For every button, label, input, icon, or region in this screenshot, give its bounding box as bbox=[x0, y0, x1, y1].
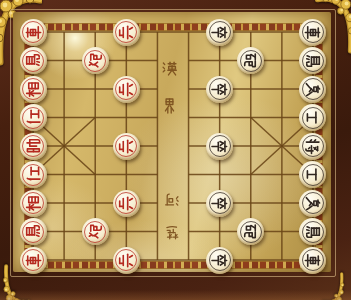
xiangqi-photo bbox=[0, 0, 351, 300]
black-soldier[interactable] bbox=[206, 247, 233, 274]
red-soldier[interactable] bbox=[113, 190, 140, 217]
piece-glyph-馬 bbox=[304, 223, 321, 240]
black-chariot[interactable] bbox=[299, 19, 326, 46]
red-horse[interactable] bbox=[20, 218, 47, 245]
piece-glyph-兵 bbox=[118, 24, 135, 41]
piece-glyph-兵 bbox=[118, 252, 135, 269]
piece-glyph-仕 bbox=[25, 109, 42, 126]
piece-glyph-相 bbox=[25, 195, 42, 212]
black-soldier[interactable] bbox=[206, 190, 233, 217]
piece-glyph-帥 bbox=[25, 138, 42, 155]
piece-glyph-卒 bbox=[211, 252, 228, 269]
red-cannon[interactable] bbox=[82, 218, 109, 245]
piece-glyph-兵 bbox=[118, 138, 135, 155]
red-horse[interactable] bbox=[20, 47, 47, 74]
piece-glyph-車 bbox=[25, 252, 42, 269]
red-cannon[interactable] bbox=[82, 47, 109, 74]
black-general[interactable] bbox=[299, 133, 326, 160]
piece-glyph-相 bbox=[25, 81, 42, 98]
piece-glyph-象 bbox=[304, 81, 321, 98]
red-chariot[interactable] bbox=[20, 247, 47, 274]
red-elephant[interactable] bbox=[20, 190, 47, 217]
piece-glyph-車 bbox=[25, 24, 42, 41]
piece-glyph-象 bbox=[304, 195, 321, 212]
piece-glyph-炮 bbox=[87, 52, 104, 69]
black-chariot[interactable] bbox=[299, 247, 326, 274]
piece-glyph-馬 bbox=[25, 52, 42, 69]
red-chariot[interactable] bbox=[20, 19, 47, 46]
red-elephant[interactable] bbox=[20, 76, 47, 103]
red-soldier[interactable] bbox=[113, 76, 140, 103]
black-soldier[interactable] bbox=[206, 76, 233, 103]
piece-glyph-仕 bbox=[25, 166, 42, 183]
piece-glyph-馬 bbox=[304, 52, 321, 69]
edge-band-top bbox=[30, 23, 316, 31]
red-soldier[interactable] bbox=[113, 133, 140, 160]
edge-band-bottom bbox=[30, 261, 316, 269]
piece-glyph-馬 bbox=[25, 223, 42, 240]
piece-glyph-車 bbox=[304, 252, 321, 269]
piece-glyph-兵 bbox=[118, 81, 135, 98]
black-elephant[interactable] bbox=[299, 190, 326, 217]
piece-glyph-卒 bbox=[211, 24, 228, 41]
red-soldier[interactable] bbox=[113, 19, 140, 46]
piece-glyph-卒 bbox=[211, 138, 228, 155]
black-elephant[interactable] bbox=[299, 76, 326, 103]
board-surface bbox=[13, 12, 331, 272]
black-soldier[interactable] bbox=[206, 19, 233, 46]
red-general[interactable] bbox=[20, 133, 47, 160]
red-soldier[interactable] bbox=[113, 247, 140, 274]
black-soldier[interactable] bbox=[206, 133, 233, 160]
frame-bottom-highlight bbox=[0, 290, 351, 300]
piece-glyph-卒 bbox=[211, 81, 228, 98]
piece-glyph-兵 bbox=[118, 195, 135, 212]
piece-glyph-將 bbox=[304, 138, 321, 155]
piece-glyph-砲 bbox=[242, 223, 259, 240]
red-advisor[interactable] bbox=[20, 161, 47, 188]
piece-glyph-炮 bbox=[87, 223, 104, 240]
red-advisor[interactable] bbox=[20, 104, 47, 131]
piece-glyph-士 bbox=[304, 166, 321, 183]
piece-glyph-砲 bbox=[242, 52, 259, 69]
piece-glyph-車 bbox=[304, 24, 321, 41]
piece-glyph-卒 bbox=[211, 195, 228, 212]
piece-glyph-士 bbox=[304, 109, 321, 126]
